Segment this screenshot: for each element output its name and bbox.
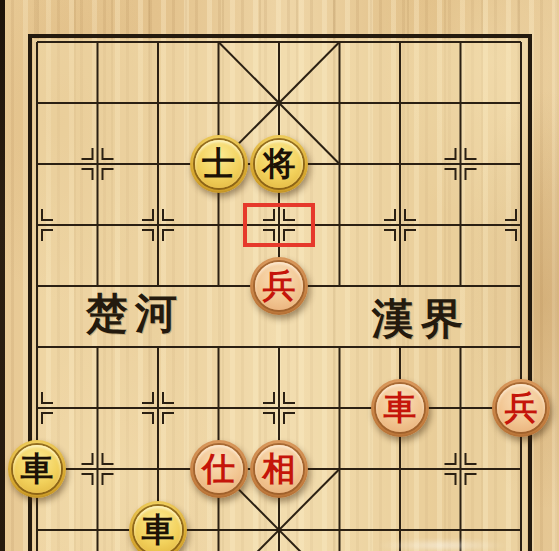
piece-character: 車	[384, 391, 417, 424]
piece-face: 車	[134, 506, 182, 551]
black-advisor-piece[interactable]: 士	[190, 135, 248, 193]
river-label-chu-he: 楚河	[86, 286, 184, 342]
piece-face: 相	[255, 445, 303, 493]
piece-character: 車	[21, 452, 54, 485]
red-soldier-center-piece[interactable]: 兵	[250, 257, 308, 315]
move-highlight-square[interactable]	[243, 203, 315, 247]
red-chariot-piece[interactable]: 車	[371, 379, 429, 437]
black-general-piece[interactable]: 将	[250, 135, 308, 193]
piece-character: 相	[263, 452, 296, 485]
xiangqi-game-screen: 楚河 漢界 士将兵車兵車仕相車	[0, 0, 559, 551]
piece-character: 兵	[505, 391, 538, 424]
piece-character: 車	[142, 513, 175, 546]
piece-character: 士	[202, 147, 235, 180]
piece-face: 車	[376, 384, 424, 432]
piece-face: 士	[195, 140, 243, 188]
black-chariot-right-piece[interactable]: 車	[129, 501, 187, 551]
piece-face: 兵	[255, 262, 303, 310]
red-soldier-edge-piece[interactable]: 兵	[492, 379, 550, 437]
piece-character: 兵	[263, 269, 296, 302]
piece-character: 将	[263, 147, 296, 180]
river-label-han-jie: 漢界	[372, 291, 470, 347]
piece-face: 将	[255, 140, 303, 188]
screen-left-edge-line	[0, 0, 5, 551]
piece-face: 車	[13, 445, 61, 493]
piece-face: 仕	[195, 445, 243, 493]
bottom-glare	[376, 539, 508, 551]
red-advisor-piece[interactable]: 仕	[190, 440, 248, 498]
black-chariot-left-piece[interactable]: 車	[8, 440, 66, 498]
piece-face: 兵	[497, 384, 545, 432]
piece-character: 仕	[202, 452, 235, 485]
red-elephant-piece[interactable]: 相	[250, 440, 308, 498]
